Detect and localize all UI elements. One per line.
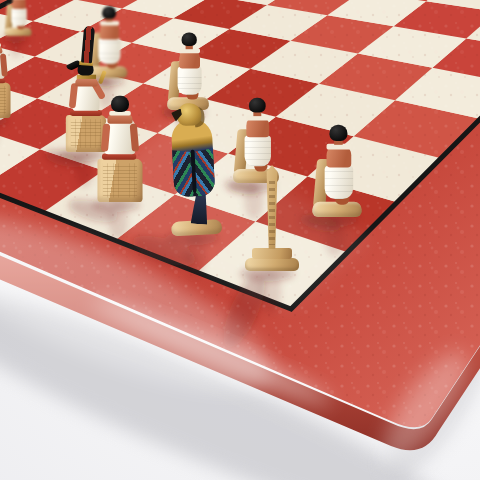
photo-stage (0, 0, 480, 480)
pawn-kilt (178, 67, 202, 95)
pieces-layer (0, 0, 480, 480)
tall-crown (81, 26, 95, 64)
throne-cushion (102, 153, 136, 159)
obelisk-plinth-upper (252, 248, 292, 259)
pawn-kilt (325, 166, 354, 199)
piece-king-c2[interactable] (0, 25, 13, 118)
piece-knight-g1[interactable] (160, 96, 227, 237)
pawn-head (249, 98, 266, 113)
throne-cube (98, 159, 143, 202)
pawn-head (329, 125, 347, 141)
pawn-kilt (11, 8, 27, 26)
royal-head (111, 96, 129, 112)
pawn-head (102, 6, 116, 19)
piece-rook-h1[interactable] (243, 163, 301, 271)
obelisk-plinth (245, 258, 299, 271)
falcon-tail (191, 193, 210, 225)
pawn-kilt (245, 135, 271, 166)
pawn-head (182, 32, 197, 46)
piece-queen-f1[interactable] (94, 89, 146, 202)
royal-arm (130, 123, 140, 151)
hieroglyph-column (269, 181, 275, 245)
throne-cube (0, 82, 11, 118)
royal-arm (0, 53, 8, 76)
pawn-torso (12, 0, 26, 9)
throne-cushion (0, 78, 5, 83)
piece-pawn-h2[interactable] (310, 118, 363, 217)
piece-base (312, 202, 361, 217)
gold-flail-icon (98, 70, 107, 84)
